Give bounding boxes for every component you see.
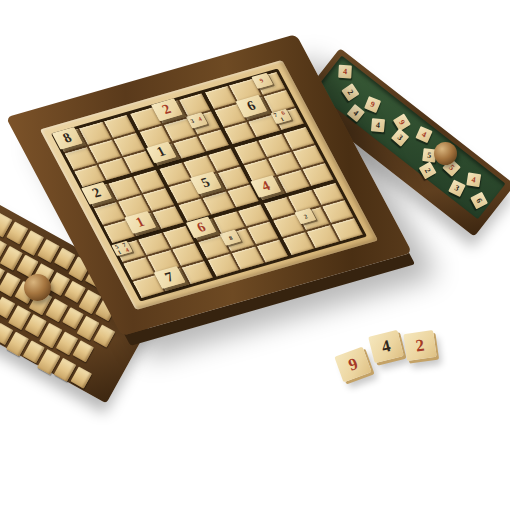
pencil-mark-9: 9 [259, 78, 265, 85]
drawer-tile-9: 9 [364, 96, 381, 113]
drawer-tile-4: 4 [347, 104, 365, 122]
sudoku-grid: 8234196761215457147682 [51, 69, 367, 302]
board-mat: 8234196761215457147682 [40, 60, 378, 310]
loose-tile-4: 4 [368, 330, 404, 363]
drawer-tile-3: 3 [391, 128, 409, 146]
left-drawer-knob [24, 274, 51, 301]
drawer-tile-4: 4 [371, 118, 385, 132]
pencil-mark-1: 1 [277, 115, 288, 123]
right-drawer-knob [434, 142, 457, 165]
drawer-tile-4: 4 [415, 126, 432, 143]
drawer-tile-6: 6 [470, 192, 488, 210]
product-photo-scene: 42494934525346 8234196761215457147682 94… [0, 0, 510, 510]
pencil-mark-2: 2 [303, 213, 309, 220]
loose-tile-2: 2 [403, 330, 436, 361]
tile-8-r1c1: 8 [52, 127, 83, 149]
drawer-tile-9: 9 [393, 113, 411, 131]
drawer-tile-3: 3 [448, 180, 465, 197]
drawer-tile-4: 4 [466, 172, 481, 187]
drawer-tile-2: 2 [341, 83, 359, 101]
drawer-tile-2: 2 [419, 162, 437, 180]
drawer-tile-4: 4 [338, 65, 352, 79]
pencil-tile-r7c1: 5714 [111, 241, 132, 257]
pencil-mark-8: 8 [228, 235, 234, 242]
stacked-tile-edge [73, 340, 94, 362]
pencil-mark-4: 4 [195, 115, 206, 123]
stacked-tile-edge [71, 367, 92, 389]
pencil-mark-4: 4 [122, 246, 133, 254]
loose-tile-9: 9 [334, 347, 371, 383]
